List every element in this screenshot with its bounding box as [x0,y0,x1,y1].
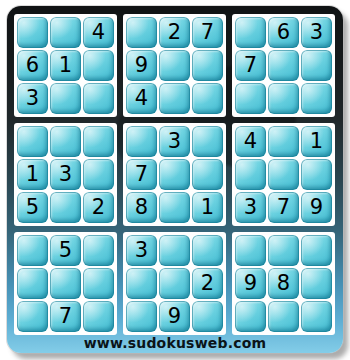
cell-r4c5[interactable]: 3 [159,126,190,157]
cell-r4c3[interactable] [83,126,114,157]
cell-r3c9[interactable] [301,83,332,114]
cell-r4c8[interactable] [268,126,299,157]
cell-r7c1[interactable] [17,235,48,266]
sudoku-box-2-2: 3781 [123,123,226,226]
cell-r8c5[interactable] [159,268,190,299]
cell-r1c2[interactable] [50,17,81,48]
cell-r4c4[interactable] [126,126,157,157]
cell-r1c9[interactable]: 3 [301,17,332,48]
cell-r8c1[interactable] [17,268,48,299]
cell-r2c3[interactable] [83,50,114,81]
cell-r6c6[interactable]: 1 [192,192,223,223]
cell-r4c6[interactable] [192,126,223,157]
cell-r3c5[interactable] [159,83,190,114]
cell-r2c2[interactable]: 1 [50,50,81,81]
cell-r2c1[interactable]: 6 [17,50,48,81]
cell-r2c7[interactable]: 7 [235,50,266,81]
sudoku-box-2-1: 1352 [14,123,117,226]
cell-r4c1[interactable] [17,126,48,157]
cell-r7c3[interactable] [83,235,114,266]
cell-r4c2[interactable] [50,126,81,157]
cell-r7c4[interactable]: 3 [126,235,157,266]
cell-r5c3[interactable] [83,159,114,190]
cell-r5c7[interactable] [235,159,266,190]
cell-r7c2[interactable]: 5 [50,235,81,266]
cell-r9c6[interactable] [192,301,223,332]
cell-r9c3[interactable] [83,301,114,332]
cell-r8c6[interactable]: 2 [192,268,223,299]
cell-r1c5[interactable]: 2 [159,17,190,48]
cell-r2c4[interactable]: 9 [126,50,157,81]
cell-r7c6[interactable] [192,235,223,266]
website-url: www.sudokusweb.com [7,335,343,351]
cell-r9c8[interactable] [268,301,299,332]
cell-r3c6[interactable] [192,83,223,114]
cell-r2c6[interactable] [192,50,223,81]
cell-r6c3[interactable]: 2 [83,192,114,223]
cell-r1c6[interactable]: 7 [192,17,223,48]
cell-r3c3[interactable] [83,83,114,114]
cell-r1c7[interactable] [235,17,266,48]
cell-r5c6[interactable] [192,159,223,190]
cell-r6c4[interactable]: 8 [126,192,157,223]
cell-r3c4[interactable]: 4 [126,83,157,114]
sudoku-grid: 4613279463713523781413795732998 [14,14,335,335]
cell-r8c4[interactable] [126,268,157,299]
cell-r3c7[interactable] [235,83,266,114]
cell-r9c7[interactable] [235,301,266,332]
cell-r7c8[interactable] [268,235,299,266]
cell-r5c2[interactable]: 3 [50,159,81,190]
cell-r7c7[interactable] [235,235,266,266]
cell-r9c2[interactable]: 7 [50,301,81,332]
cell-r9c4[interactable] [126,301,157,332]
cell-r3c2[interactable] [50,83,81,114]
sudoku-box-2-3: 41379 [232,123,335,226]
sudoku-box-1-2: 2794 [123,14,226,117]
cell-r6c1[interactable]: 5 [17,192,48,223]
cell-r6c2[interactable] [50,192,81,223]
sudoku-box-1-3: 637 [232,14,335,117]
page: 4613279463713523781413795732998 www.sudo… [0,0,350,360]
cell-r4c7[interactable]: 4 [235,126,266,157]
sudoku-box-1-1: 4613 [14,14,117,117]
cell-r2c5[interactable] [159,50,190,81]
sudoku-box-3-3: 98 [232,232,335,335]
cell-r6c9[interactable]: 9 [301,192,332,223]
cell-r7c5[interactable] [159,235,190,266]
cell-r6c8[interactable]: 7 [268,192,299,223]
cell-r6c5[interactable] [159,192,190,223]
cell-r8c7[interactable]: 9 [235,268,266,299]
sudoku-board-frame: 4613279463713523781413795732998 www.sudo… [7,6,343,353]
cell-r8c3[interactable] [83,268,114,299]
cell-r1c3[interactable]: 4 [83,17,114,48]
cell-r1c1[interactable] [17,17,48,48]
cell-r6c7[interactable]: 3 [235,192,266,223]
cell-r1c8[interactable]: 6 [268,17,299,48]
sudoku-box-3-2: 329 [123,232,226,335]
cell-r4c9[interactable]: 1 [301,126,332,157]
cell-r2c8[interactable] [268,50,299,81]
cell-r1c4[interactable] [126,17,157,48]
cell-r5c5[interactable] [159,159,190,190]
sudoku-box-3-1: 57 [14,232,117,335]
cell-r3c1[interactable]: 3 [17,83,48,114]
cell-r7c9[interactable] [301,235,332,266]
cell-r9c5[interactable]: 9 [159,301,190,332]
cell-r8c8[interactable]: 8 [268,268,299,299]
cell-r5c1[interactable]: 1 [17,159,48,190]
cell-r9c9[interactable] [301,301,332,332]
cell-r5c4[interactable]: 7 [126,159,157,190]
cell-r3c8[interactable] [268,83,299,114]
cell-r5c8[interactable] [268,159,299,190]
cell-r2c9[interactable] [301,50,332,81]
cell-r9c1[interactable] [17,301,48,332]
cell-r8c9[interactable] [301,268,332,299]
cell-r8c2[interactable] [50,268,81,299]
cell-r5c9[interactable] [301,159,332,190]
